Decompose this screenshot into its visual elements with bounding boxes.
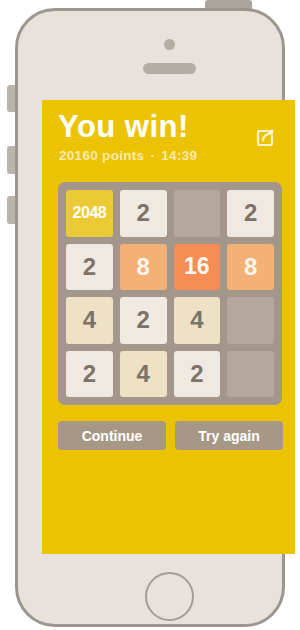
tile-2: 2 bbox=[227, 190, 274, 237]
board-grid[interactable]: 20482228168424242 bbox=[58, 182, 282, 405]
score-line: 20160 points · 14:39 bbox=[59, 148, 199, 163]
score-text: 20160 points bbox=[59, 148, 144, 163]
tile-2: 2 bbox=[120, 297, 167, 344]
tile-2048: 2048 bbox=[66, 190, 113, 237]
tile-2: 2 bbox=[174, 351, 221, 398]
earpiece-speaker bbox=[143, 63, 196, 74]
app-screen: You win! 20160 points · 14:39 2048222816… bbox=[42, 100, 295, 554]
continue-button[interactable]: Continue bbox=[58, 421, 166, 450]
home-button bbox=[145, 572, 194, 621]
try-again-button[interactable]: Try again bbox=[175, 421, 283, 450]
tile-4: 4 bbox=[66, 297, 113, 344]
empty-cell bbox=[227, 297, 274, 344]
empty-cell bbox=[227, 351, 274, 398]
share-icon[interactable] bbox=[253, 126, 277, 150]
front-camera bbox=[164, 39, 175, 50]
tile-8: 8 bbox=[227, 244, 274, 291]
tile-8: 8 bbox=[120, 244, 167, 291]
tile-2: 2 bbox=[66, 351, 113, 398]
empty-cell bbox=[174, 190, 221, 237]
tile-16: 16 bbox=[174, 244, 221, 291]
tile-4: 4 bbox=[174, 297, 221, 344]
win-title: You win! bbox=[58, 109, 189, 145]
tile-2: 2 bbox=[66, 244, 113, 291]
phone-body: You win! 20160 points · 14:39 2048222816… bbox=[15, 8, 285, 627]
tile-4: 4 bbox=[120, 351, 167, 398]
score-separator: · bbox=[150, 148, 155, 163]
phone-mockup: You win! 20160 points · 14:39 2048222816… bbox=[0, 0, 300, 630]
tile-2: 2 bbox=[120, 190, 167, 237]
elapsed-time: 14:39 bbox=[161, 148, 197, 163]
